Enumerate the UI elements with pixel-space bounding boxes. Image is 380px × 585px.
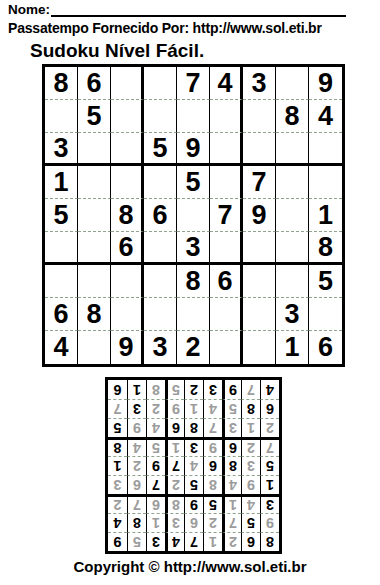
page-title: Sudoku Nível Fácil. bbox=[30, 40, 204, 62]
solution-cell-r8c9: 7 bbox=[108, 399, 127, 418]
puzzle-cell-r6c9[interactable]: 8 bbox=[309, 232, 342, 265]
solution-cell-r2c1: 9 bbox=[260, 513, 279, 532]
puzzle-cell-r4c1[interactable]: 1 bbox=[45, 166, 78, 199]
solution-cell-r4c7: 7 bbox=[146, 475, 165, 494]
puzzle-cell-r4c9[interactable] bbox=[309, 166, 342, 199]
solution-cell-r5c2: 3 bbox=[241, 456, 260, 475]
puzzle-cell-r9c9[interactable]: 6 bbox=[309, 331, 342, 364]
puzzle-cell-r4c7[interactable]: 7 bbox=[243, 166, 276, 199]
solution-cell-r4c1: 1 bbox=[260, 475, 279, 494]
puzzle-cell-r7c3[interactable] bbox=[111, 265, 144, 298]
solution-cell-r8c7: 2 bbox=[146, 399, 165, 418]
name-label: Nome: bbox=[8, 2, 50, 17]
solution-cell-r6c6: 1 bbox=[165, 437, 184, 456]
copyright-text: Copyright © http://www.sol.eti.br bbox=[0, 558, 380, 575]
solution-cell-r3c5: 9 bbox=[184, 494, 203, 513]
puzzle-cell-r9c5[interactable]: 2 bbox=[177, 331, 210, 364]
solution-cell-r8c3: 5 bbox=[222, 399, 241, 418]
solution-cell-r4c3: 4 bbox=[222, 475, 241, 494]
solution-cell-r3c7: 6 bbox=[146, 494, 165, 513]
puzzle-cell-r7c2[interactable] bbox=[78, 265, 111, 298]
puzzle-cell-r7c9[interactable]: 5 bbox=[309, 265, 342, 298]
solution-cell-r1c1: 8 bbox=[260, 532, 279, 551]
solution-cell-r2c3: 7 bbox=[222, 513, 241, 532]
solution-cell-r8c5: 1 bbox=[184, 399, 203, 418]
puzzle-cell-r9c1[interactable]: 4 bbox=[45, 331, 78, 364]
solution-cell-r2c6: 3 bbox=[165, 513, 184, 532]
solution-cell-r6c4: 9 bbox=[203, 437, 222, 456]
solution-cell-r3c8: 7 bbox=[127, 494, 146, 513]
name-blank-line[interactable] bbox=[51, 2, 346, 17]
puzzle-cell-r3c8[interactable] bbox=[276, 133, 309, 166]
puzzle-cell-r1c1[interactable]: 8 bbox=[45, 67, 78, 100]
solution-cell-r5c8: 2 bbox=[127, 456, 146, 475]
puzzle-cell-r1c5[interactable]: 7 bbox=[177, 67, 210, 100]
puzzle-cell-r6c1[interactable] bbox=[45, 232, 78, 265]
solution-cell-r8c8: 3 bbox=[127, 399, 146, 418]
puzzle-cell-r7c8[interactable] bbox=[276, 265, 309, 298]
solution-cell-r6c9: 8 bbox=[108, 437, 127, 456]
puzzle-cell-r6c3[interactable]: 6 bbox=[111, 232, 144, 265]
puzzle-cell-r1c3[interactable] bbox=[111, 67, 144, 100]
solution-cell-r1c7: 3 bbox=[146, 532, 165, 551]
puzzle-cell-r1c9[interactable]: 9 bbox=[309, 67, 342, 100]
solution-cell-r8c6: 9 bbox=[165, 399, 184, 418]
solution-cell-r9c6: 5 bbox=[165, 380, 184, 399]
puzzle-cell-r1c4[interactable] bbox=[144, 67, 177, 100]
solution-cell-r9c3: 9 bbox=[222, 380, 241, 399]
solution-cell-r6c5: 3 bbox=[184, 437, 203, 456]
solution-cell-r5c1: 5 bbox=[260, 456, 279, 475]
solution-cell-r6c2: 2 bbox=[241, 437, 260, 456]
solution-cell-r4c9: 3 bbox=[108, 475, 127, 494]
puzzle-cell-r3c6[interactable] bbox=[210, 133, 243, 166]
puzzle-cell-r7c7[interactable] bbox=[243, 265, 276, 298]
puzzle-cell-r2c5[interactable] bbox=[177, 100, 210, 133]
solution-cell-r3c1: 3 bbox=[260, 494, 279, 513]
puzzle-cell-r8c9[interactable] bbox=[309, 298, 342, 331]
puzzle-cell-r8c5[interactable] bbox=[177, 298, 210, 331]
puzzle-cell-r7c4[interactable] bbox=[144, 265, 177, 298]
puzzle-cell-r8c2[interactable]: 8 bbox=[78, 298, 111, 331]
solution-cell-r2c8: 8 bbox=[127, 513, 146, 532]
solution-cell-r1c9: 9 bbox=[108, 532, 127, 551]
puzzle-cell-r8c8[interactable]: 3 bbox=[276, 298, 309, 331]
solution-cell-r7c3: 3 bbox=[222, 418, 241, 437]
puzzle-cell-r1c6[interactable]: 4 bbox=[210, 67, 243, 100]
solution-cell-r1c4: 1 bbox=[203, 532, 222, 551]
solution-cell-r7c2: 1 bbox=[241, 418, 260, 437]
solution-cell-r6c1: 7 bbox=[260, 437, 279, 456]
puzzle-cell-r5c1[interactable]: 5 bbox=[45, 199, 78, 232]
solution-cell-r9c4: 3 bbox=[203, 380, 222, 399]
solution-cell-r8c2: 8 bbox=[241, 399, 260, 418]
puzzle-cell-r1c7[interactable]: 3 bbox=[243, 67, 276, 100]
puzzle-cell-r2c1[interactable] bbox=[45, 100, 78, 133]
solution-cell-r4c4: 8 bbox=[203, 475, 222, 494]
solution-cell-r8c1: 6 bbox=[260, 399, 279, 418]
solution-cell-r1c5: 7 bbox=[184, 532, 203, 551]
sudoku-puzzle-grid: 867439584359157586791638865683493216 bbox=[42, 64, 345, 367]
solution-cell-r2c5: 6 bbox=[184, 513, 203, 532]
solution-cell-r3c9: 2 bbox=[108, 494, 127, 513]
solution-cell-r6c7: 5 bbox=[146, 437, 165, 456]
puzzle-cell-r4c5[interactable]: 5 bbox=[177, 166, 210, 199]
solution-cell-r4c6: 2 bbox=[165, 475, 184, 494]
puzzle-cell-r9c2[interactable] bbox=[78, 331, 111, 364]
puzzle-cell-r9c7[interactable] bbox=[243, 331, 276, 364]
solution-cell-r4c2: 9 bbox=[241, 475, 260, 494]
solution-cell-r6c3: 6 bbox=[222, 437, 241, 456]
solution-cell-r9c8: 1 bbox=[127, 380, 146, 399]
solution-cell-r5c6: 7 bbox=[165, 456, 184, 475]
puzzle-cell-r5c9[interactable]: 1 bbox=[309, 199, 342, 232]
puzzle-cell-r8c4[interactable] bbox=[144, 298, 177, 331]
solution-cell-r7c8: 9 bbox=[127, 418, 146, 437]
puzzle-cell-r9c4[interactable]: 3 bbox=[144, 331, 177, 364]
solution-cell-r4c5: 5 bbox=[184, 475, 203, 494]
puzzle-cell-r2c9[interactable]: 4 bbox=[309, 100, 342, 133]
puzzle-cell-r6c4[interactable] bbox=[144, 232, 177, 265]
solution-cell-r1c3: 2 bbox=[222, 532, 241, 551]
solution-cell-r1c6: 4 bbox=[165, 532, 184, 551]
solution-cell-r9c5: 2 bbox=[184, 380, 203, 399]
solution-cell-r7c5: 8 bbox=[184, 418, 203, 437]
puzzle-cell-r5c5[interactable] bbox=[177, 199, 210, 232]
puzzle-cell-r3c9[interactable] bbox=[309, 133, 342, 166]
solution-cell-r9c1: 4 bbox=[260, 380, 279, 399]
puzzle-cell-r5c2[interactable] bbox=[78, 199, 111, 232]
puzzle-cell-r1c2[interactable]: 6 bbox=[78, 67, 111, 100]
solution-cell-r7c7: 4 bbox=[146, 418, 165, 437]
puzzle-cell-r5c4[interactable]: 6 bbox=[144, 199, 177, 232]
puzzle-cell-r9c3[interactable]: 9 bbox=[111, 331, 144, 364]
puzzle-cell-r6c5[interactable]: 3 bbox=[177, 232, 210, 265]
solution-cell-r6c8: 4 bbox=[127, 437, 146, 456]
solution-cell-r7c1: 2 bbox=[260, 418, 279, 437]
puzzle-cell-r3c1[interactable]: 3 bbox=[45, 133, 78, 166]
name-row: Nome: bbox=[8, 2, 346, 17]
solution-cell-r2c9: 4 bbox=[108, 513, 127, 532]
puzzle-cell-r6c8[interactable] bbox=[276, 232, 309, 265]
puzzle-cell-r2c8[interactable]: 8 bbox=[276, 100, 309, 133]
puzzle-cell-r4c8[interactable] bbox=[276, 166, 309, 199]
puzzle-cell-r3c4[interactable]: 5 bbox=[144, 133, 177, 166]
puzzle-cell-r5c3[interactable]: 8 bbox=[111, 199, 144, 232]
puzzle-cell-r7c6[interactable]: 6 bbox=[210, 265, 243, 298]
solution-cell-r3c3: 1 bbox=[222, 494, 241, 513]
puzzle-cell-r3c7[interactable] bbox=[243, 133, 276, 166]
solution-cell-r2c4: 2 bbox=[203, 513, 222, 532]
puzzle-cell-r2c7[interactable] bbox=[243, 100, 276, 133]
puzzle-cell-r4c3[interactable] bbox=[111, 166, 144, 199]
puzzle-cell-r4c6[interactable] bbox=[210, 166, 243, 199]
solution-cell-r5c5: 4 bbox=[184, 456, 203, 475]
solution-cell-r5c4: 6 bbox=[203, 456, 222, 475]
puzzle-cell-r3c3[interactable] bbox=[111, 133, 144, 166]
solution-cell-r5c9: 1 bbox=[108, 456, 127, 475]
sudoku-sheet: Nome: Passatempo Fornecido Por: http://w… bbox=[0, 0, 380, 585]
solution-cell-r7c6: 6 bbox=[165, 418, 184, 437]
solution-cell-r2c2: 5 bbox=[241, 513, 260, 532]
solution-cell-r8c4: 4 bbox=[203, 399, 222, 418]
puzzle-cell-r1c8[interactable] bbox=[276, 67, 309, 100]
puzzle-cell-r4c4[interactable] bbox=[144, 166, 177, 199]
puzzle-cell-r8c3[interactable] bbox=[111, 298, 144, 331]
solution-cell-r7c4: 7 bbox=[203, 418, 222, 437]
puzzle-cell-r3c5[interactable]: 9 bbox=[177, 133, 210, 166]
solution-cell-r7c9: 5 bbox=[108, 418, 127, 437]
puzzle-cell-r8c1[interactable]: 6 bbox=[45, 298, 78, 331]
puzzle-cell-r5c6[interactable]: 7 bbox=[210, 199, 243, 232]
solution-cell-r3c6: 8 bbox=[165, 494, 184, 513]
solution-cell-r4c8: 6 bbox=[127, 475, 146, 494]
sudoku-solution-grid-rotated: 8621743599572631843415986721948527635386… bbox=[105, 377, 282, 554]
solution-cell-r1c2: 6 bbox=[241, 532, 260, 551]
puzzle-cell-r6c7[interactable] bbox=[243, 232, 276, 265]
solution-cell-r1c8: 5 bbox=[127, 532, 146, 551]
puzzle-cell-r6c2[interactable] bbox=[78, 232, 111, 265]
puzzle-cell-r4c2[interactable] bbox=[78, 166, 111, 199]
provided-by-text: Passatempo Fornecido Por: http://www.sol… bbox=[8, 20, 322, 36]
puzzle-cell-r2c3[interactable] bbox=[111, 100, 144, 133]
puzzle-cell-r2c2[interactable]: 5 bbox=[78, 100, 111, 133]
puzzle-cell-r3c2[interactable] bbox=[78, 133, 111, 166]
puzzle-cell-r7c5[interactable]: 8 bbox=[177, 265, 210, 298]
solution-cell-r3c2: 4 bbox=[241, 494, 260, 513]
solution-cell-r2c7: 1 bbox=[146, 513, 165, 532]
puzzle-cell-r2c6[interactable] bbox=[210, 100, 243, 133]
puzzle-cell-r7c1[interactable] bbox=[45, 265, 78, 298]
solution-cell-r3c4: 5 bbox=[203, 494, 222, 513]
puzzle-cell-r5c8[interactable] bbox=[276, 199, 309, 232]
puzzle-cell-r8c6[interactable] bbox=[210, 298, 243, 331]
solution-cell-r9c2: 7 bbox=[241, 380, 260, 399]
puzzle-cell-r2c4[interactable] bbox=[144, 100, 177, 133]
puzzle-cell-r5c7[interactable]: 9 bbox=[243, 199, 276, 232]
puzzle-cell-r6c6[interactable] bbox=[210, 232, 243, 265]
puzzle-cell-r9c6[interactable] bbox=[210, 331, 243, 364]
solution-cell-r5c3: 8 bbox=[222, 456, 241, 475]
solution-cell-r9c9: 6 bbox=[108, 380, 127, 399]
puzzle-cell-r9c8[interactable]: 1 bbox=[276, 331, 309, 364]
solution-cell-r5c7: 9 bbox=[146, 456, 165, 475]
puzzle-cell-r8c7[interactable] bbox=[243, 298, 276, 331]
solution-cell-r9c7: 8 bbox=[146, 380, 165, 399]
